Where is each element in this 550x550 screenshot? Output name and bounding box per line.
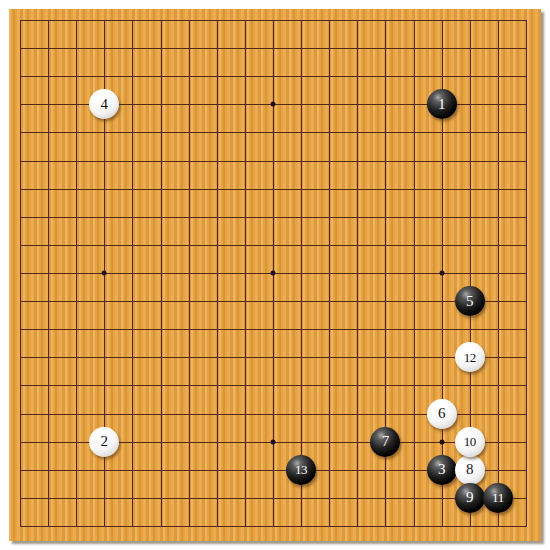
stone-white-10-R4: 10 <box>455 427 485 457</box>
grid-line-horizontal-19 <box>20 526 527 527</box>
grid-line-horizontal-14 <box>20 385 527 386</box>
stone-black-11-S2: 11 <box>483 483 513 513</box>
stone-black-13-L3: 13 <box>286 455 316 485</box>
grid-line-vertical-13 <box>357 20 358 527</box>
star-point <box>271 439 276 444</box>
stone-black-9-R2: 9 <box>455 483 485 513</box>
stone-white-2-D4: 2 <box>89 427 119 457</box>
star-point <box>271 102 276 107</box>
stone-black-7-N4: 7 <box>370 427 400 457</box>
move-number: 5 <box>466 294 474 309</box>
go-diagram-frame: 12345678910111213 <box>0 0 550 550</box>
move-number: 11 <box>492 491 504 504</box>
move-number: 6 <box>438 406 446 421</box>
stone-white-4-D16: 4 <box>89 89 119 119</box>
stone-white-6-Q5: 6 <box>427 399 457 429</box>
go-board: 12345678910111213 <box>9 9 541 541</box>
grid-line-horizontal-13 <box>20 357 527 358</box>
move-number: 13 <box>295 463 307 476</box>
move-number: 8 <box>466 462 474 477</box>
grid-line-vertical-15 <box>414 20 415 527</box>
move-number: 7 <box>382 434 390 449</box>
grid-line-vertical-19 <box>526 20 527 527</box>
move-number: 9 <box>466 490 474 505</box>
move-number: 1 <box>438 97 446 112</box>
grid-line-vertical-18 <box>498 20 499 527</box>
star-point <box>102 271 107 276</box>
star-point <box>439 439 444 444</box>
stone-white-8-R3: 8 <box>455 455 485 485</box>
stone-black-5-R9: 5 <box>455 286 485 316</box>
grid-line-vertical-11 <box>301 20 302 527</box>
grid-line-horizontal-18 <box>20 498 527 499</box>
stone-white-12-R7: 12 <box>455 342 485 372</box>
star-point <box>439 271 444 276</box>
move-number: 12 <box>464 351 476 364</box>
grid-line-vertical-12 <box>329 20 330 527</box>
stone-black-1-Q16: 1 <box>427 89 457 119</box>
move-number: 10 <box>464 435 476 448</box>
grid-line-horizontal-11 <box>20 301 527 302</box>
move-number: 4 <box>101 97 109 112</box>
grid-line-horizontal-12 <box>20 329 527 330</box>
move-number: 2 <box>101 434 109 449</box>
stone-black-3-Q3: 3 <box>427 455 457 485</box>
move-number: 3 <box>438 462 446 477</box>
star-point <box>271 271 276 276</box>
